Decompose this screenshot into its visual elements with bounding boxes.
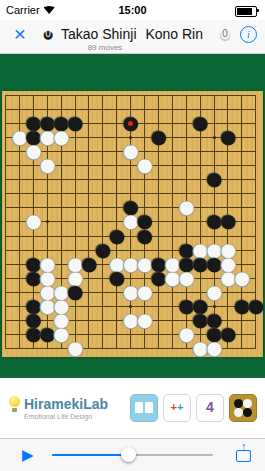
white-stone: ● (123, 313, 137, 327)
app-buttons: ++ 4 (130, 394, 257, 422)
goban-app-button[interactable] (229, 394, 257, 422)
bottom-toolbar: HiramekiLab Emotional Life Design ++ 4 (0, 378, 265, 438)
white-stone: ● (26, 144, 40, 158)
info-icon[interactable]: i (240, 26, 257, 43)
black-stone: ● (220, 327, 234, 341)
lightbulb-icon (8, 396, 21, 412)
grid-line (172, 95, 173, 349)
black-stone: ● (193, 116, 207, 130)
white-stone: ● (54, 130, 68, 144)
slider-fill (52, 454, 128, 456)
white-stone: ● (207, 341, 221, 355)
black-stone: ● (207, 214, 221, 228)
black-stone: ● (179, 299, 193, 313)
black-stone: ● (220, 130, 234, 144)
black-stone: ● (193, 313, 207, 327)
white-stone: ● (40, 158, 54, 172)
brand-tagline: Emotional Life Design (24, 413, 108, 420)
white-stone: ● (123, 144, 137, 158)
white-stone: ● (137, 285, 151, 299)
black-stone: ● (207, 257, 221, 271)
brand-name: HiramekiLab (24, 396, 108, 412)
black-stone: ● (26, 327, 40, 341)
black-stone: ● (137, 229, 151, 243)
black-stone: ● (68, 285, 82, 299)
grid-line (5, 236, 256, 237)
white-stone: ● (179, 327, 193, 341)
white-stone: ● (26, 214, 40, 228)
white-stone: ● (165, 271, 179, 285)
black-stone: ● (26, 271, 40, 285)
black-stone: ● (123, 116, 137, 130)
hoshi-point (129, 136, 132, 139)
white-stone: ● (12, 130, 26, 144)
white-stone: ● (220, 271, 234, 285)
white-stone: ● (137, 313, 151, 327)
white-stone: ● (123, 214, 137, 228)
black-captures-badge: ● 0 (38, 24, 58, 44)
white-stone: ● (179, 271, 193, 285)
battery-icon (235, 6, 257, 17)
books-app-button[interactable] (130, 394, 158, 422)
status-clock: 15:00 (0, 4, 265, 16)
move-slider[interactable] (52, 454, 213, 456)
app-screen: Carrier 15:00 × ● 0 Takao Shinji Kono Ri… (0, 0, 265, 471)
black-stone: ● (193, 257, 207, 271)
black-stone: ● (248, 299, 262, 313)
black-stone: ● (151, 130, 165, 144)
white-stone: ● (234, 271, 248, 285)
white-stone: ● (137, 158, 151, 172)
black-stone: ● (109, 271, 123, 285)
slider-knob[interactable] (121, 447, 136, 462)
hoshi-point (129, 305, 132, 308)
black-stone: ● (40, 327, 54, 341)
hoshi-point (213, 305, 216, 308)
last-move-marker (128, 121, 133, 126)
white-stone: ● (68, 341, 82, 355)
black-stone: ● (234, 299, 248, 313)
black-stone: ● (68, 116, 82, 130)
white-captures-badge: ● 0 (215, 24, 235, 44)
brand-block: HiramekiLab Emotional Life Design (8, 396, 108, 420)
black-stone: ● (207, 172, 221, 186)
white-player-name: Kono Rin (145, 26, 203, 42)
white-stone: ● (123, 257, 137, 271)
black-stone: ● (220, 214, 234, 228)
black-player-name: Takao Shinji (61, 26, 137, 42)
go-board[interactable]: ●●●●●●●●●●●●●●●●●●●●●●●●●●●●●●●●●●●●●●●●… (2, 91, 263, 357)
black-stone: ● (95, 243, 109, 257)
move-counter: 89 moves (55, 43, 155, 52)
white-stone: ● (123, 285, 137, 299)
nav-bar: × ● 0 Takao Shinji Kono Rin ● 0 i 89 mov… (0, 20, 265, 54)
status-bar: Carrier 15:00 (0, 0, 265, 20)
white-stone: ● (207, 285, 221, 299)
white-stone: ● (179, 200, 193, 214)
share-icon[interactable]: ↑ (236, 444, 251, 462)
white-stone: ● (193, 341, 207, 355)
hoshi-point (213, 136, 216, 139)
playback-bar: ▶ ↑ (0, 438, 265, 471)
black-stone: ● (81, 257, 95, 271)
white-stone: ● (137, 257, 151, 271)
math-app-button[interactable]: ++ (163, 394, 191, 422)
play-button[interactable]: ▶ (22, 446, 34, 464)
close-button[interactable]: × (10, 24, 30, 44)
black-stone: ● (109, 229, 123, 243)
four-app-button[interactable]: 4 (196, 394, 224, 422)
white-stone: ● (54, 327, 68, 341)
